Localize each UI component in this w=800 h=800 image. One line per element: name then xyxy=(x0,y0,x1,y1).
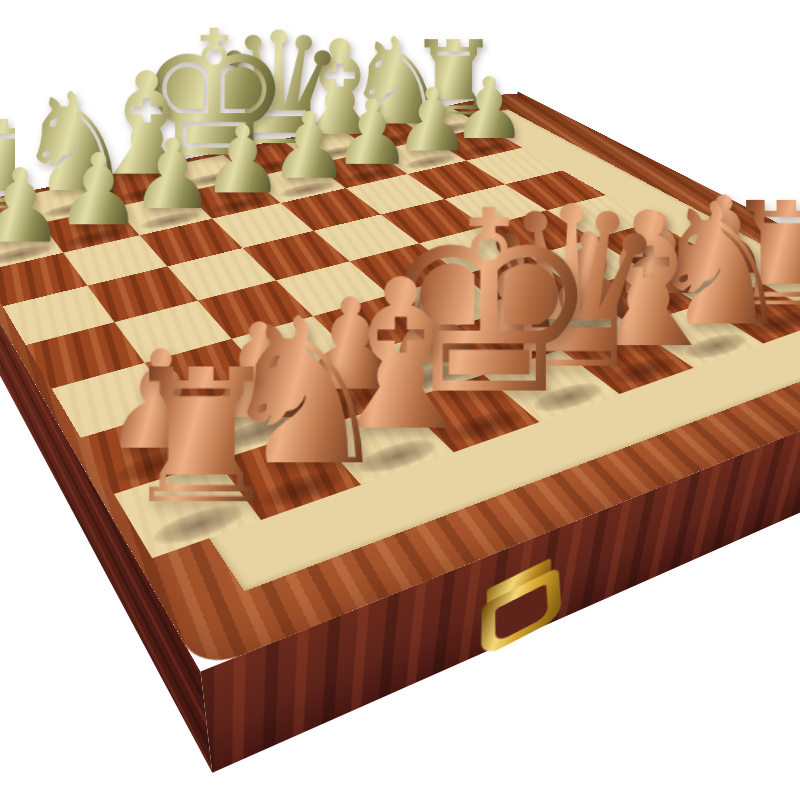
bronze-pawn[interactable]: ♟ xyxy=(0,155,66,257)
clasp-latch xyxy=(472,547,571,664)
copper-rook[interactable]: ♜ xyxy=(118,344,284,529)
scene: ♜♞♝♚♛♝♞♜♟♟♟♟♟♟♟♟♟♟♟♟♟♟♟♟♜♞♝♚♛♝♞♜ xyxy=(0,0,800,800)
square-r4c1[interactable] xyxy=(3,286,115,345)
chess-board: ♜♞♝♚♛♝♞♜♟♟♟♟♟♟♟♟♟♟♟♟♟♟♟♟♜♞♝♚♛♝♞♜ xyxy=(0,91,800,671)
bronze-pawn[interactable]: ♟ xyxy=(54,140,143,239)
product-photo-chess-set: ♜♞♝♚♛♝♞♜♟♟♟♟♟♟♟♟♟♟♟♟♟♟♟♟♜♞♝♚♛♝♞♜ xyxy=(0,0,800,800)
